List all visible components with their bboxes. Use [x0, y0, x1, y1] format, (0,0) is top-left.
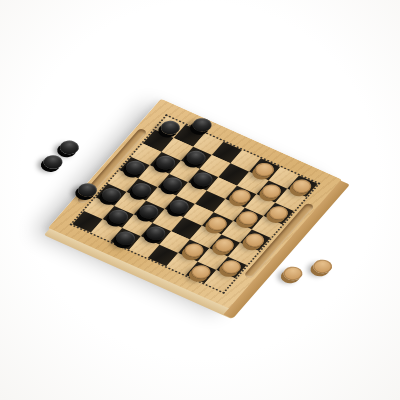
black-checker-offboard-2[interactable]: [40, 152, 66, 171]
photo-scene: [0, 0, 400, 400]
wood-checker-offboard-2[interactable]: [309, 257, 335, 276]
wood-checker-offboard-1[interactable]: [280, 264, 306, 283]
table-surface: [0, 13, 400, 395]
black-checker-offboard-1[interactable]: [56, 138, 82, 157]
